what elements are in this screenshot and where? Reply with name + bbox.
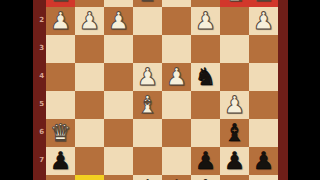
square-f3[interactable]	[104, 35, 133, 63]
square-e5[interactable]: ♝	[133, 91, 162, 119]
black-bishop-b6: ♝	[224, 121, 246, 145]
square-g6[interactable]	[75, 119, 104, 147]
square-h5[interactable]	[46, 91, 75, 119]
black-pawn-h7: ♟	[50, 149, 72, 173]
white-pawn-g2: ♟	[79, 9, 101, 33]
square-h1[interactable]: ♜	[46, 0, 75, 7]
square-g3[interactable]	[75, 35, 104, 63]
rank-label-4: 4	[33, 72, 44, 80]
white-pawn-e4: ♟	[137, 65, 159, 89]
rank-label-7: 7	[33, 156, 44, 164]
square-e3[interactable]	[133, 35, 162, 63]
square-b2[interactable]	[220, 7, 249, 35]
square-e2[interactable]	[133, 7, 162, 35]
square-a6[interactable]	[249, 119, 278, 147]
square-h4[interactable]	[46, 63, 75, 91]
rank-label-2: 2	[33, 16, 44, 24]
white-rook-a1: ♜	[253, 0, 275, 5]
square-h6[interactable]: ♛	[46, 119, 75, 147]
square-f5[interactable]	[104, 91, 133, 119]
square-f1[interactable]	[104, 0, 133, 7]
black-knight-c4: ♞	[195, 65, 217, 89]
square-h3[interactable]	[46, 35, 75, 63]
square-b3[interactable]	[220, 35, 249, 63]
square-e1[interactable]: ♚	[133, 0, 162, 7]
square-a7[interactable]: ♟	[249, 147, 278, 175]
square-b5[interactable]: ♟	[220, 91, 249, 119]
square-d8[interactable]: ♛	[162, 175, 191, 180]
square-e7[interactable]	[133, 147, 162, 175]
black-pawn-c7: ♟	[195, 149, 217, 173]
square-f8[interactable]	[104, 175, 133, 180]
white-pawn-b5: ♟	[224, 93, 246, 117]
white-pawn-f2: ♟	[108, 9, 130, 33]
square-c4[interactable]: ♞	[191, 63, 220, 91]
black-queen-d8: ♛	[166, 177, 188, 180]
square-g1[interactable]	[75, 0, 104, 7]
square-a5[interactable]	[249, 91, 278, 119]
square-e4[interactable]: ♟	[133, 63, 162, 91]
square-c6[interactable]	[191, 119, 220, 147]
square-d5[interactable]	[162, 91, 191, 119]
board-frame: ♜♚♞♜♟♟♟♟♟♟♟♞♝♟♛♝♟♟♟♟♚♛♝ 234567	[33, 0, 288, 180]
white-bishop-e5: ♝	[137, 93, 159, 117]
square-d6[interactable]	[162, 119, 191, 147]
white-pawn-h2: ♟	[50, 9, 72, 33]
white-queen-h6: ♛	[50, 121, 72, 145]
black-pawn-a7: ♟	[253, 149, 275, 173]
white-king-e1: ♚	[137, 0, 159, 5]
square-e8[interactable]: ♚	[133, 175, 162, 180]
square-a2[interactable]: ♟	[249, 7, 278, 35]
square-d1[interactable]	[162, 0, 191, 7]
square-e6[interactable]	[133, 119, 162, 147]
square-b4[interactable]	[220, 63, 249, 91]
square-c3[interactable]	[191, 35, 220, 63]
white-rook-h1: ♜	[50, 0, 72, 5]
square-f4[interactable]	[104, 63, 133, 91]
square-a8[interactable]	[249, 175, 278, 180]
square-b8[interactable]	[220, 175, 249, 180]
square-g4[interactable]	[75, 63, 104, 91]
square-f2[interactable]: ♟	[104, 7, 133, 35]
rank-label-3: 3	[33, 44, 44, 52]
square-g5[interactable]	[75, 91, 104, 119]
square-g8[interactable]	[75, 175, 104, 180]
rank-label-6: 6	[33, 128, 44, 136]
white-pawn-c2: ♟	[195, 9, 217, 33]
square-c1[interactable]	[191, 0, 220, 7]
white-pawn-a2: ♟	[253, 9, 275, 33]
white-knight-b1: ♞	[224, 0, 246, 5]
square-b1[interactable]: ♞	[220, 0, 249, 7]
black-bishop-c8: ♝	[195, 177, 217, 180]
square-f6[interactable]	[104, 119, 133, 147]
square-d4[interactable]: ♟	[162, 63, 191, 91]
square-c2[interactable]: ♟	[191, 7, 220, 35]
square-b6[interactable]: ♝	[220, 119, 249, 147]
square-h8[interactable]	[46, 175, 75, 180]
square-c8[interactable]: ♝	[191, 175, 220, 180]
square-a3[interactable]	[249, 35, 278, 63]
square-g7[interactable]	[75, 147, 104, 175]
white-pawn-d4: ♟	[166, 65, 188, 89]
square-d3[interactable]	[162, 35, 191, 63]
chess-board: ♜♚♞♜♟♟♟♟♟♟♟♞♝♟♛♝♟♟♟♟♚♛♝	[46, 0, 278, 180]
square-c5[interactable]	[191, 91, 220, 119]
square-d2[interactable]	[162, 7, 191, 35]
square-h2[interactable]: ♟	[46, 7, 75, 35]
black-pawn-b7: ♟	[224, 149, 246, 173]
square-b7[interactable]: ♟	[220, 147, 249, 175]
square-c7[interactable]: ♟	[191, 147, 220, 175]
square-a4[interactable]	[249, 63, 278, 91]
square-f7[interactable]	[104, 147, 133, 175]
black-king-e8: ♚	[137, 177, 159, 180]
square-h7[interactable]: ♟	[46, 147, 75, 175]
square-a1[interactable]: ♜	[249, 0, 278, 7]
square-g2[interactable]: ♟	[75, 7, 104, 35]
square-d7[interactable]	[162, 147, 191, 175]
rank-label-5: 5	[33, 100, 44, 108]
